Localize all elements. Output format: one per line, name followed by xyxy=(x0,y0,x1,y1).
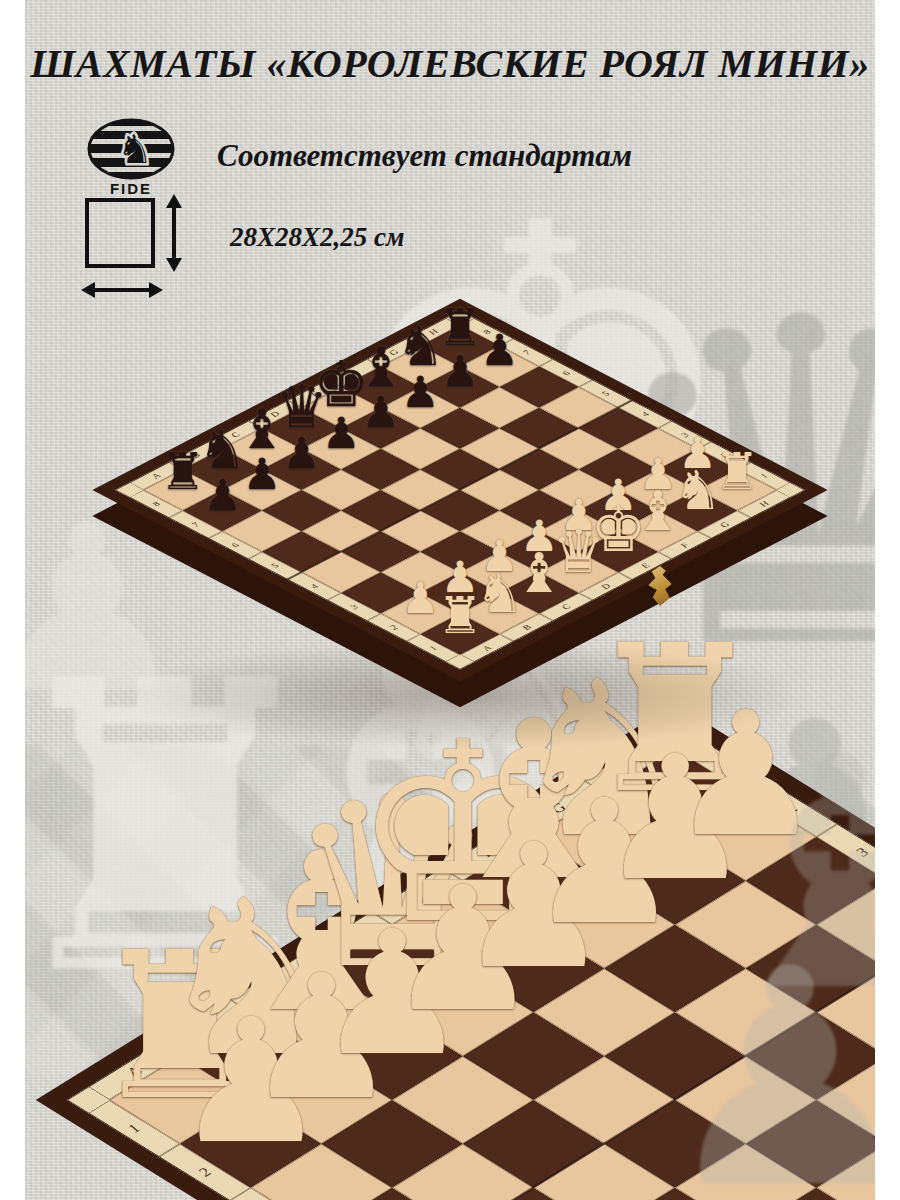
dimensions-label: 28X28X2,25 см xyxy=(230,222,405,253)
fide-knight-glyph: ♞ xyxy=(117,126,153,172)
piece-black-pawn-b7: ♟ xyxy=(243,453,282,496)
board-face: AA88BB77CC66DD55EE44FF33GG22HH11♜♞♝♛♚♝♞♜… xyxy=(92,299,827,681)
piece-black-pawn-h7: ♟ xyxy=(480,329,519,372)
piece-black-pawn-d7: ♟ xyxy=(322,412,361,455)
textured-backdrop: ШАХМАТЫ «КОРОЛЕВСКИЕ РОЯЛ МИНИ» ♞ FIDE С… xyxy=(25,0,875,1200)
standards-label: Соответствует стандартам xyxy=(217,138,632,174)
glass-bishop-overlay: ♝ xyxy=(697,715,875,1035)
main-chess-board: AA88BB77CC66DD55EE44FF33GG22HH11♜♞♝♛♚♝♞♜… xyxy=(200,230,720,750)
piece-black-pawn-a7: ♟ xyxy=(203,474,242,517)
dimensions-icon xyxy=(79,192,229,316)
fide-logo: ♞ FIDE xyxy=(85,118,177,202)
product-page: ШАХМАТЫ «КОРОЛЕВСКИЕ РОЯЛ МИНИ» ♞ FIDE С… xyxy=(0,0,900,1200)
piece-black-pawn-f7: ♟ xyxy=(401,371,440,414)
piece-black-pawn-e7: ♟ xyxy=(362,391,401,434)
piece-white-pawn-a2: ♟ xyxy=(401,577,440,620)
piece-black-pawn-c7: ♟ xyxy=(282,432,321,475)
piece-white-rook-h1: ♜ xyxy=(714,446,760,497)
page-title: ШАХМАТЫ «КОРОЛЕВСКИЕ РОЯЛ МИНИ» xyxy=(25,40,875,87)
piece-black-pawn-g7: ♟ xyxy=(441,350,480,393)
fide-globe-knight-icon: ♞ FIDE xyxy=(85,118,177,198)
